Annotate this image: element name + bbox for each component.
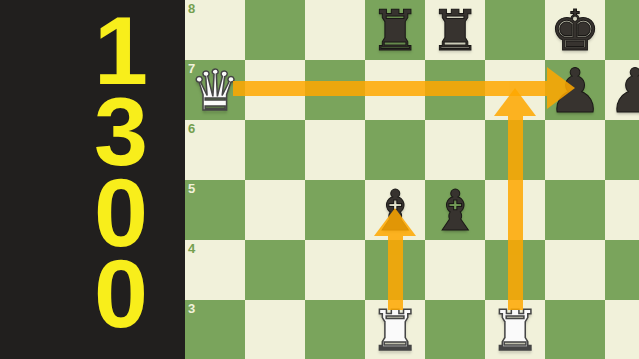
arrow-shaft <box>233 81 547 96</box>
square-g3[interactable] <box>545 300 605 359</box>
square-g4[interactable] <box>545 240 605 300</box>
square-c4[interactable] <box>305 240 365 300</box>
square-a4[interactable]: 4 <box>185 240 245 300</box>
square-f8[interactable] <box>485 0 545 60</box>
square-b6[interactable] <box>245 120 305 180</box>
square-g5[interactable] <box>545 180 605 240</box>
square-b4[interactable] <box>245 240 305 300</box>
square-c5[interactable] <box>305 180 365 240</box>
arrow-shaft <box>388 236 403 310</box>
rank-label-5: 5 <box>188 181 195 196</box>
square-g6[interactable] <box>545 120 605 180</box>
piece-black-rook-e8[interactable]: ♜ <box>425 0 485 60</box>
rank-label-4: 4 <box>188 241 195 256</box>
square-d6[interactable] <box>365 120 425 180</box>
square-b3[interactable] <box>245 300 305 359</box>
rank-label-6: 6 <box>188 121 195 136</box>
square-c6[interactable] <box>305 120 365 180</box>
arrow-head-icon <box>547 67 575 109</box>
square-h8[interactable] <box>605 0 639 60</box>
arrow-head-icon <box>374 208 416 236</box>
rank-label-8: 8 <box>188 1 195 16</box>
square-c3[interactable] <box>305 300 365 359</box>
square-b8[interactable] <box>245 0 305 60</box>
piece-black-bishop-e5[interactable]: ♝ <box>425 180 485 240</box>
square-e6[interactable] <box>425 120 485 180</box>
piece-black-rook-d8[interactable]: ♜ <box>365 0 425 60</box>
square-e4[interactable] <box>425 240 485 300</box>
square-a8[interactable]: 8 <box>185 0 245 60</box>
square-c8[interactable] <box>305 0 365 60</box>
square-h5[interactable] <box>605 180 639 240</box>
rank-label-3: 3 <box>188 301 195 316</box>
square-a5[interactable]: 5 <box>185 180 245 240</box>
square-h6[interactable] <box>605 120 639 180</box>
square-h4[interactable] <box>605 240 639 300</box>
rating-panel: 1300 <box>0 0 185 359</box>
piece-black-pawn-h7[interactable]: ♟ <box>605 60 639 120</box>
rating-value: 1300 <box>94 10 148 334</box>
square-b5[interactable] <box>245 180 305 240</box>
rating-digit-3: 0 <box>94 253 148 334</box>
arrow-shaft <box>508 116 523 310</box>
square-e3[interactable] <box>425 300 485 359</box>
video-frame: 1300 876543♜♜♚♛♟♟♝♝♜♜ <box>0 0 639 359</box>
piece-black-king-g8[interactable]: ♚ <box>545 0 605 60</box>
chess-board: 876543♜♜♚♛♟♟♝♝♜♜ <box>185 0 639 359</box>
square-a3[interactable]: 3 <box>185 300 245 359</box>
square-h3[interactable] <box>605 300 639 359</box>
square-a6[interactable]: 6 <box>185 120 245 180</box>
